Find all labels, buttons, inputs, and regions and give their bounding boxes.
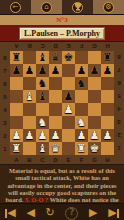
last-move-button[interactable]: ▶ — [108, 206, 118, 220]
square-e8[interactable]: ♚ — [62, 51, 75, 64]
square-f5[interactable] — [75, 90, 88, 103]
move-navigation-bar: ◀ ◀ ↻ ? ▶ ▶ — [0, 203, 124, 220]
square-d2[interactable]: ♟ — [49, 129, 62, 142]
piece-white-pawn: ♟ — [38, 129, 48, 142]
coordinate-label: H — [101, 155, 114, 164]
home-button[interactable]: ⌂ — [41, 2, 52, 13]
coordinate-label: F — [75, 155, 88, 164]
previous-move-button[interactable]: ◀ — [26, 206, 34, 220]
square-c6[interactable]: ♞ — [36, 77, 49, 90]
square-c1[interactable]: ♝ — [36, 142, 49, 155]
coordinate-label: A — [10, 42, 23, 51]
bar-glyph — [117, 209, 119, 218]
piece-black-queen: ♛ — [51, 51, 61, 64]
square-h3[interactable] — [101, 116, 114, 129]
square-c2[interactable]: ♟ — [36, 129, 49, 142]
square-h6[interactable] — [101, 77, 114, 90]
coordinate-label: 5 — [0, 90, 10, 103]
square-g6[interactable] — [88, 77, 101, 90]
square-b3[interactable] — [23, 116, 36, 129]
next-move-icon: ▶ — [89, 206, 97, 220]
piece-white-pawn: ♟ — [51, 129, 61, 142]
piece-white-rook: ♜ — [12, 142, 22, 155]
gear-icon: ⚙ — [105, 2, 111, 12]
coordinate-label: C — [36, 155, 49, 164]
square-a3[interactable] — [10, 116, 23, 129]
square-g7[interactable]: ♟ — [88, 64, 101, 77]
coordinate-label: H — [101, 42, 114, 51]
coordinate-label: 2 — [114, 129, 124, 142]
piece-white-pawn: ♟ — [103, 129, 113, 142]
square-f8[interactable] — [75, 51, 88, 64]
toolbar-cell: ← — [0, 0, 31, 14]
square-f6[interactable]: ♞ — [75, 77, 88, 90]
last-move-icon: ▶ — [108, 206, 116, 220]
square-b7[interactable]: ♟ — [23, 64, 36, 77]
coordinate-label: 6 — [0, 77, 10, 90]
annotation-after: White does not notice the — [48, 196, 118, 203]
coordinate-label: B — [23, 42, 36, 51]
piece-white-pawn: ♟ — [25, 129, 35, 142]
square-a8[interactable]: ♜ — [10, 51, 23, 64]
square-d7[interactable]: ♟ — [49, 64, 62, 77]
square-e2[interactable] — [62, 129, 75, 142]
square-g3[interactable] — [88, 116, 101, 129]
square-c7[interactable]: ♟ — [36, 64, 49, 77]
piece-black-rook: ♜ — [12, 51, 22, 64]
piece-black-king: ♚ — [64, 51, 74, 64]
trophy-icon — [74, 3, 82, 11]
coordinate-label — [114, 42, 124, 51]
coordinate-label — [114, 155, 124, 164]
piece-black-bishop: ♝ — [38, 51, 48, 64]
hint-button[interactable]: ? — [65, 207, 78, 220]
title-bar: L.Paulsen – P.Morphy — [0, 26, 124, 41]
coordinate-label: D — [49, 155, 62, 164]
toolbar-cell: ⌂ — [31, 0, 62, 14]
annotation-move: 5. O-O ? — [25, 196, 48, 203]
annotation-text: Material is equal, but as a result of th… — [0, 165, 124, 203]
chess-board: ABCDEFGH8♜♝♛♚♜87♟♟♟♟♟♟♟76♞♞65♝♝♟54♟43♞♞3… — [0, 42, 124, 164]
restart-icon: ↻ — [46, 206, 55, 220]
square-f2[interactable]: ♟ — [75, 129, 88, 142]
piece-black-pawn: ♟ — [77, 64, 87, 77]
coordinate-label: 4 — [0, 103, 10, 116]
coordinate-label: D — [49, 42, 62, 51]
coordinate-label: E — [62, 42, 75, 51]
piece-white-queen: ♛ — [51, 142, 61, 155]
square-g1[interactable]: ♚ — [88, 142, 101, 155]
piece-black-pawn: ♟ — [103, 64, 113, 77]
square-b2[interactable]: ♟ — [23, 129, 36, 142]
square-e7[interactable] — [62, 64, 75, 77]
square-g5[interactable] — [88, 90, 101, 103]
square-e1[interactable] — [62, 142, 75, 155]
coordinate-label: F — [75, 42, 88, 51]
square-a4[interactable] — [10, 103, 23, 116]
coordinate-label: 4 — [114, 103, 124, 116]
square-d3[interactable] — [49, 116, 62, 129]
puzzle-number: N°3 — [56, 16, 67, 24]
square-a6[interactable] — [10, 77, 23, 90]
piece-white-knight: ♞ — [38, 116, 48, 129]
settings-button[interactable]: ⚙ — [103, 2, 114, 13]
coordinate-label: G — [88, 155, 101, 164]
square-g2[interactable]: ♟ — [88, 129, 101, 142]
coordinate-label: 7 — [0, 64, 10, 77]
square-a7[interactable]: ♟ — [10, 64, 23, 77]
square-d1[interactable]: ♛ — [49, 142, 62, 155]
square-f4[interactable] — [75, 103, 88, 116]
coordinate-label — [0, 155, 10, 164]
piece-white-pawn: ♟ — [90, 129, 100, 142]
game-title: L.Paulsen – P.Morphy — [24, 29, 100, 38]
coordinate-label: 3 — [0, 116, 10, 129]
piece-white-bishop: ♝ — [38, 142, 48, 155]
square-e4[interactable]: ♟ — [62, 103, 75, 116]
square-f1[interactable]: ♜ — [75, 142, 88, 155]
piece-black-knight: ♞ — [38, 77, 48, 90]
piece-black-rook: ♜ — [103, 51, 113, 64]
square-c8[interactable]: ♝ — [36, 51, 49, 64]
square-e3[interactable] — [62, 116, 75, 129]
square-b6[interactable] — [23, 77, 36, 90]
piece-black-pawn: ♟ — [25, 64, 35, 77]
back-button[interactable]: ← — [10, 2, 21, 13]
piece-white-pawn: ♟ — [64, 103, 74, 116]
coordinate-label: B — [23, 155, 36, 164]
piece-black-pawn: ♟ — [90, 64, 100, 77]
square-d6[interactable] — [49, 77, 62, 90]
piece-black-pawn: ♟ — [12, 64, 22, 77]
square-e6[interactable] — [62, 77, 75, 90]
coordinate-label: G — [88, 42, 101, 51]
first-move-icon: ◀ — [7, 206, 15, 220]
square-a2[interactable]: ♟ — [10, 129, 23, 142]
back-arrow-icon: ← — [13, 2, 19, 12]
square-a5[interactable] — [10, 90, 23, 103]
coordinate-label: 3 — [114, 116, 124, 129]
coordinate-label: 8 — [114, 51, 124, 64]
coordinate-label: 1 — [114, 142, 124, 155]
piece-black-pawn: ♟ — [38, 64, 48, 77]
square-a1[interactable]: ♜ — [10, 142, 23, 155]
coordinate-label: 5 — [114, 90, 124, 103]
piece-white-king: ♚ — [90, 142, 100, 155]
coordinate-label: E — [62, 155, 75, 164]
square-b8[interactable] — [23, 51, 36, 64]
top-toolbar: ← ⌂ ⚙ — [0, 0, 124, 15]
square-c3[interactable]: ♞ — [36, 116, 49, 129]
square-e5[interactable]: ♟ — [62, 90, 75, 103]
square-g8[interactable] — [88, 51, 101, 64]
piece-white-pawn: ♟ — [12, 129, 22, 142]
coordinate-label: C — [36, 42, 49, 51]
toolbar-cell — [62, 0, 93, 14]
square-f3[interactable]: ♞ — [75, 116, 88, 129]
coordinate-label: 2 — [0, 129, 10, 142]
board-frame: ABCDEFGH8♜♝♛♚♜87♟♟♟♟♟♟♟76♞♞65♝♝♟54♟43♞♞3… — [0, 41, 124, 165]
piece-black-pawn: ♟ — [64, 90, 74, 103]
square-h5[interactable] — [101, 90, 114, 103]
piece-white-pawn: ♟ — [77, 129, 87, 142]
next-move-button[interactable]: ▶ — [89, 206, 97, 220]
square-b4[interactable] — [23, 103, 36, 116]
coordinate-label: 6 — [114, 77, 124, 90]
toolbar-cell: ⚙ — [93, 0, 124, 14]
chess-app-window: ← ⌂ ⚙ N°3 L.Paulsen – P.Morphy — [0, 0, 124, 220]
square-b5[interactable]: ♝ — [23, 90, 36, 103]
trophy-button[interactable] — [72, 2, 83, 13]
title-panel: L.Paulsen – P.Morphy — [19, 27, 105, 40]
piece-white-rook: ♜ — [77, 142, 87, 155]
square-h8[interactable]: ♜ — [101, 51, 114, 64]
piece-black-knight: ♞ — [77, 77, 87, 90]
coordinate-label: A — [10, 155, 23, 164]
piece-black-pawn: ♟ — [51, 64, 61, 77]
square-c5[interactable]: ♝ — [36, 90, 49, 103]
square-h4[interactable] — [101, 103, 114, 116]
hint-question-icon: ? — [65, 207, 78, 220]
square-d5[interactable] — [49, 90, 62, 103]
piece-white-bishop: ♝ — [25, 90, 35, 103]
square-c4[interactable] — [36, 103, 49, 116]
square-h7[interactable]: ♟ — [101, 64, 114, 77]
restart-button[interactable]: ↻ — [46, 206, 55, 220]
square-d4[interactable] — [49, 103, 62, 116]
square-h2[interactable]: ♟ — [101, 129, 114, 142]
square-d8[interactable]: ♛ — [49, 51, 62, 64]
first-move-button[interactable]: ◀ — [5, 206, 15, 220]
piece-white-knight: ♞ — [77, 116, 87, 129]
puzzle-number-strip: N°3 — [0, 15, 124, 26]
coordinate-label: 7 — [114, 64, 124, 77]
coordinate-label: 1 — [0, 142, 10, 155]
square-g4[interactable] — [88, 103, 101, 116]
square-b1[interactable] — [23, 142, 36, 155]
coordinate-label: 8 — [0, 51, 10, 64]
previous-move-icon: ◀ — [26, 206, 34, 220]
coordinate-label — [0, 42, 10, 51]
square-f7[interactable]: ♟ — [75, 64, 88, 77]
square-h1[interactable] — [101, 142, 114, 155]
piece-black-bishop: ♝ — [38, 90, 48, 103]
home-icon: ⌂ — [44, 2, 48, 12]
